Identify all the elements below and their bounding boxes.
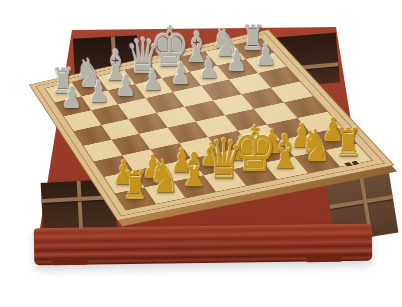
compartment-divider	[329, 195, 393, 209]
box-foot	[306, 254, 342, 263]
product-photo-stage: ♜♞♝♛♚♝♞♜♟♟♟♟♟♟♟♟♟♟♟♟♟♟♟♟♜♞♝♛♚♝♞♜	[0, 0, 402, 307]
maker-mark-glyph	[351, 161, 359, 165]
box-foot	[52, 257, 88, 266]
maker-mark-glyph	[344, 162, 352, 166]
